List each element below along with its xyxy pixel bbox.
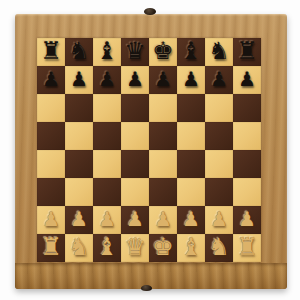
square-f8[interactable]: ♝ [177, 38, 205, 66]
square-a4[interactable] [37, 150, 65, 178]
piece-black-pawn[interactable]: ♟ [98, 65, 116, 93]
square-f3[interactable] [177, 178, 205, 206]
piece-black-pawn[interactable]: ♟ [126, 65, 144, 93]
piece-black-rook[interactable]: ♜ [236, 37, 258, 65]
square-g4[interactable] [205, 150, 233, 178]
piece-black-bishop[interactable]: ♝ [96, 37, 118, 65]
square-e1[interactable]: ♚ [149, 234, 177, 262]
square-c7[interactable]: ♟ [93, 66, 121, 94]
square-g1[interactable]: ♞ [205, 234, 233, 262]
piece-white-knight[interactable]: ♞ [208, 233, 230, 261]
square-e3[interactable] [149, 178, 177, 206]
square-a8[interactable]: ♜ [37, 38, 65, 66]
square-b4[interactable] [65, 150, 93, 178]
square-h4[interactable] [233, 150, 261, 178]
square-a5[interactable] [37, 122, 65, 150]
square-d6[interactable] [121, 94, 149, 122]
piece-white-pawn[interactable]: ♟ [210, 205, 228, 233]
square-h3[interactable] [233, 178, 261, 206]
piece-black-pawn[interactable]: ♟ [238, 65, 256, 93]
piece-white-king[interactable]: ♚ [152, 233, 174, 261]
piece-white-pawn[interactable]: ♟ [126, 205, 144, 233]
square-f7[interactable]: ♟ [177, 66, 205, 94]
piece-white-pawn[interactable]: ♟ [70, 205, 88, 233]
piece-white-bishop[interactable]: ♝ [96, 233, 118, 261]
piece-black-king[interactable]: ♚ [152, 37, 174, 65]
piece-black-bishop[interactable]: ♝ [180, 37, 202, 65]
piece-white-knight[interactable]: ♞ [68, 233, 90, 261]
piece-black-rook[interactable]: ♜ [40, 37, 62, 65]
square-c2[interactable]: ♟ [93, 206, 121, 234]
square-g5[interactable] [205, 122, 233, 150]
piece-white-rook[interactable]: ♜ [236, 233, 258, 261]
square-c1[interactable]: ♝ [93, 234, 121, 262]
square-c4[interactable] [93, 150, 121, 178]
piece-black-pawn[interactable]: ♟ [182, 65, 200, 93]
square-f1[interactable]: ♝ [177, 234, 205, 262]
piece-black-pawn[interactable]: ♟ [154, 65, 172, 93]
wooden-box-front-face [15, 263, 287, 289]
square-g7[interactable]: ♟ [205, 66, 233, 94]
square-h7[interactable]: ♟ [233, 66, 261, 94]
chessboard: ♜♞♝♛♚♝♞♜♟♟♟♟♟♟♟♟♟♟♟♟♟♟♟♟♜♞♝♛♚♝♞♜ [37, 38, 261, 262]
square-b8[interactable]: ♞ [65, 38, 93, 66]
square-f6[interactable] [177, 94, 205, 122]
square-b2[interactable]: ♟ [65, 206, 93, 234]
piece-black-pawn[interactable]: ♟ [210, 65, 228, 93]
square-d7[interactable]: ♟ [121, 66, 149, 94]
square-a2[interactable]: ♟ [37, 206, 65, 234]
square-e2[interactable]: ♟ [149, 206, 177, 234]
piece-white-pawn[interactable]: ♟ [182, 205, 200, 233]
square-d1[interactable]: ♛ [121, 234, 149, 262]
square-b3[interactable] [65, 178, 93, 206]
square-d5[interactable] [121, 122, 149, 150]
piece-white-pawn[interactable]: ♟ [42, 205, 60, 233]
piece-white-bishop[interactable]: ♝ [180, 233, 202, 261]
square-f2[interactable]: ♟ [177, 206, 205, 234]
piece-white-pawn[interactable]: ♟ [154, 205, 172, 233]
square-b1[interactable]: ♞ [65, 234, 93, 262]
square-d4[interactable] [121, 150, 149, 178]
piece-white-rook[interactable]: ♜ [40, 233, 62, 261]
piece-black-queen[interactable]: ♛ [124, 37, 146, 65]
square-a1[interactable]: ♜ [37, 234, 65, 262]
piece-black-pawn[interactable]: ♟ [70, 65, 88, 93]
square-c8[interactable]: ♝ [93, 38, 121, 66]
square-d3[interactable] [121, 178, 149, 206]
piece-black-pawn[interactable]: ♟ [42, 65, 60, 93]
square-h1[interactable]: ♜ [233, 234, 261, 262]
square-e7[interactable]: ♟ [149, 66, 177, 94]
square-c6[interactable] [93, 94, 121, 122]
square-c3[interactable] [93, 178, 121, 206]
square-g2[interactable]: ♟ [205, 206, 233, 234]
square-g3[interactable] [205, 178, 233, 206]
square-a6[interactable] [37, 94, 65, 122]
square-b6[interactable] [65, 94, 93, 122]
square-b7[interactable]: ♟ [65, 66, 93, 94]
square-g8[interactable]: ♞ [205, 38, 233, 66]
square-a7[interactable]: ♟ [37, 66, 65, 94]
piece-white-pawn[interactable]: ♟ [98, 205, 116, 233]
square-h8[interactable]: ♜ [233, 38, 261, 66]
square-h2[interactable]: ♟ [233, 206, 261, 234]
square-a3[interactable] [37, 178, 65, 206]
square-e8[interactable]: ♚ [149, 38, 177, 66]
piece-white-queen[interactable]: ♛ [124, 233, 146, 261]
square-d8[interactable]: ♛ [121, 38, 149, 66]
hinge-knob-icon [144, 8, 156, 15]
square-d2[interactable]: ♟ [121, 206, 149, 234]
square-g6[interactable] [205, 94, 233, 122]
square-f4[interactable] [177, 150, 205, 178]
piece-black-knight[interactable]: ♞ [68, 37, 90, 65]
square-c5[interactable] [93, 122, 121, 150]
latch-knob-icon [141, 285, 152, 291]
piece-white-pawn[interactable]: ♟ [238, 205, 256, 233]
square-h5[interactable] [233, 122, 261, 150]
piece-black-knight[interactable]: ♞ [208, 37, 230, 65]
square-e4[interactable] [149, 150, 177, 178]
square-e6[interactable] [149, 94, 177, 122]
chess-set-photo: ♜♞♝♛♚♝♞♜♟♟♟♟♟♟♟♟♟♟♟♟♟♟♟♟♜♞♝♛♚♝♞♜ [0, 0, 300, 300]
square-e5[interactable] [149, 122, 177, 150]
square-b5[interactable] [65, 122, 93, 150]
square-f5[interactable] [177, 122, 205, 150]
square-h6[interactable] [233, 94, 261, 122]
